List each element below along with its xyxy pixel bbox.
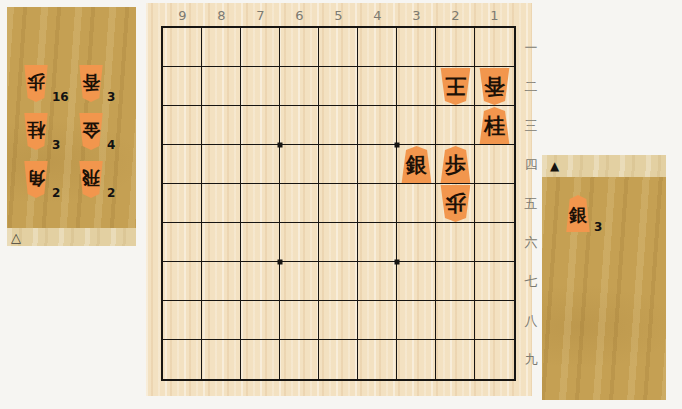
board-cell-1八[interactable] <box>475 301 514 340</box>
hoshi-dot <box>395 260 400 265</box>
board-cell-8七[interactable] <box>202 262 241 301</box>
board-cell-1五[interactable] <box>475 184 514 223</box>
board-cell-4五[interactable] <box>358 184 397 223</box>
board-cell-5五[interactable] <box>319 184 358 223</box>
board-cell-3九[interactable] <box>397 340 436 379</box>
board-cell-9七[interactable] <box>163 262 202 301</box>
board-cell-6八[interactable] <box>280 301 319 340</box>
board-cell-8三[interactable] <box>202 106 241 145</box>
board-cell-4二[interactable] <box>358 67 397 106</box>
file-label-7: 7 <box>241 8 280 23</box>
rank-label-2: 二 <box>520 67 542 106</box>
board-cell-3二[interactable] <box>397 67 436 106</box>
board-cell-8八[interactable] <box>202 301 241 340</box>
board-cell-8六[interactable] <box>202 223 241 262</box>
board-cell-9四[interactable] <box>163 145 202 184</box>
file-label-2: 2 <box>436 8 475 23</box>
hand-piece-sente-銀[interactable]: 銀 <box>565 195 591 232</box>
gote-marker-icon: △ <box>11 230 21 245</box>
file-label-1: 1 <box>475 8 514 23</box>
hoshi-dot <box>278 143 283 148</box>
sente-tray-header: ▲ <box>542 155 666 177</box>
hoshi-dot <box>395 143 400 148</box>
board-cell-9一[interactable] <box>163 28 202 67</box>
file-label-5: 5 <box>319 8 358 23</box>
board-cell-4六[interactable] <box>358 223 397 262</box>
hand-count: 4 <box>107 138 115 152</box>
gote-hand-tray: 歩16香3桂3金4角2飛2 <box>7 7 136 228</box>
board-cell-4七[interactable] <box>358 262 397 301</box>
board-cell-7一[interactable] <box>241 28 280 67</box>
gote-hand-item-飛: 飛2 <box>78 161 115 198</box>
board-cell-8四[interactable] <box>202 145 241 184</box>
board-cell-6五[interactable] <box>280 184 319 223</box>
sente-marker-icon: ▲ <box>550 159 559 173</box>
board-cell-2一[interactable] <box>436 28 475 67</box>
hand-count: 16 <box>52 90 69 104</box>
board-cell-2八[interactable] <box>436 301 475 340</box>
hand-piece-gote-桂[interactable]: 桂 <box>23 113 49 150</box>
board-cell-2九[interactable] <box>436 340 475 379</box>
file-label-8: 8 <box>202 8 241 23</box>
board-cell-4八[interactable] <box>358 301 397 340</box>
board-cell-1六[interactable] <box>475 223 514 262</box>
board-cell-3五[interactable] <box>397 184 436 223</box>
board-cell-7二[interactable] <box>241 67 280 106</box>
gote-hand-item-角: 角2 <box>23 161 60 198</box>
board-cell-7八[interactable] <box>241 301 280 340</box>
board-cell-8二[interactable] <box>202 67 241 106</box>
hand-piece-gote-金[interactable]: 金 <box>78 113 104 150</box>
board-cell-4一[interactable] <box>358 28 397 67</box>
board-cell-7五[interactable] <box>241 184 280 223</box>
rank-label-6: 六 <box>520 223 542 262</box>
rank-label-7: 七 <box>520 262 542 301</box>
board-cell-1七[interactable] <box>475 262 514 301</box>
board-cell-1四[interactable] <box>475 145 514 184</box>
gote-hand-item-金: 金4 <box>78 113 115 150</box>
board-cell-2三[interactable] <box>436 106 475 145</box>
board-cell-4四[interactable] <box>358 145 397 184</box>
board-cell-3六[interactable] <box>397 223 436 262</box>
rank-label-3: 三 <box>520 106 542 145</box>
rank-label-8: 八 <box>520 301 542 340</box>
hand-count: 3 <box>107 90 115 104</box>
sente-hand-tray: ▲ 銀3 <box>542 155 666 400</box>
board-cell-9五[interactable] <box>163 184 202 223</box>
rank-label-1: 一 <box>520 28 542 67</box>
board-cell-3一[interactable] <box>397 28 436 67</box>
shogi-board-panel: 987654321一二三四五六七八九王香桂銀歩歩 <box>146 3 532 396</box>
board-cell-4三[interactable] <box>358 106 397 145</box>
board-cell-6六[interactable] <box>280 223 319 262</box>
hand-piece-gote-香[interactable]: 香 <box>78 65 104 102</box>
board-cell-7七[interactable] <box>241 262 280 301</box>
sente-hand-item-銀: 銀3 <box>565 195 602 232</box>
board-cell-5九[interactable] <box>319 340 358 379</box>
gote-hand-item-香: 香3 <box>78 65 115 102</box>
board-cell-1九[interactable] <box>475 340 514 379</box>
board-cell-8九[interactable] <box>202 340 241 379</box>
board-cell-8五[interactable] <box>202 184 241 223</box>
board-cell-8一[interactable] <box>202 28 241 67</box>
board-cell-6四[interactable] <box>280 145 319 184</box>
hand-count: 2 <box>52 186 60 200</box>
rank-label-5: 五 <box>520 184 542 223</box>
board-cell-6七[interactable] <box>280 262 319 301</box>
file-label-9: 9 <box>163 8 202 23</box>
board-cell-5六[interactable] <box>319 223 358 262</box>
board-cell-3七[interactable] <box>397 262 436 301</box>
board-cell-9九[interactable] <box>163 340 202 379</box>
hoshi-dot <box>278 260 283 265</box>
board-cell-7四[interactable] <box>241 145 280 184</box>
file-label-6: 6 <box>280 8 319 23</box>
board-cell-7六[interactable] <box>241 223 280 262</box>
board-cell-2七[interactable] <box>436 262 475 301</box>
board-cell-9六[interactable] <box>163 223 202 262</box>
board-cell-7九[interactable] <box>241 340 280 379</box>
file-label-3: 3 <box>397 8 436 23</box>
board-cell-1一[interactable] <box>475 28 514 67</box>
rank-label-9: 九 <box>520 340 542 379</box>
board-cell-4九[interactable] <box>358 340 397 379</box>
file-label-4: 4 <box>358 8 397 23</box>
board-cell-6二[interactable] <box>280 67 319 106</box>
board-cell-5一[interactable] <box>319 28 358 67</box>
board-cell-5八[interactable] <box>319 301 358 340</box>
board-cell-9三[interactable] <box>163 106 202 145</box>
rank-label-4: 四 <box>520 145 542 184</box>
board-cell-6三[interactable] <box>280 106 319 145</box>
board-cell-9二[interactable] <box>163 67 202 106</box>
hand-count: 2 <box>107 186 115 200</box>
board-cell-5七[interactable] <box>319 262 358 301</box>
hand-piece-gote-飛[interactable]: 飛 <box>78 161 104 198</box>
hand-count: 3 <box>594 220 602 234</box>
board-cell-6一[interactable] <box>280 28 319 67</box>
gote-hand-item-歩: 歩16 <box>23 65 69 102</box>
gote-tray-footer: △ <box>7 228 136 246</box>
board-cell-3八[interactable] <box>397 301 436 340</box>
board-cell-2六[interactable] <box>436 223 475 262</box>
board-cell-6九[interactable] <box>280 340 319 379</box>
hand-piece-gote-角[interactable]: 角 <box>23 161 49 198</box>
hand-count: 3 <box>52 138 60 152</box>
board-cell-5三[interactable] <box>319 106 358 145</box>
board-cell-9八[interactable] <box>163 301 202 340</box>
board-cell-5二[interactable] <box>319 67 358 106</box>
board-cell-5四[interactable] <box>319 145 358 184</box>
hand-piece-gote-歩[interactable]: 歩 <box>23 65 49 102</box>
board-cell-7三[interactable] <box>241 106 280 145</box>
board-cell-3三[interactable] <box>397 106 436 145</box>
gote-hand-item-桂: 桂3 <box>23 113 60 150</box>
